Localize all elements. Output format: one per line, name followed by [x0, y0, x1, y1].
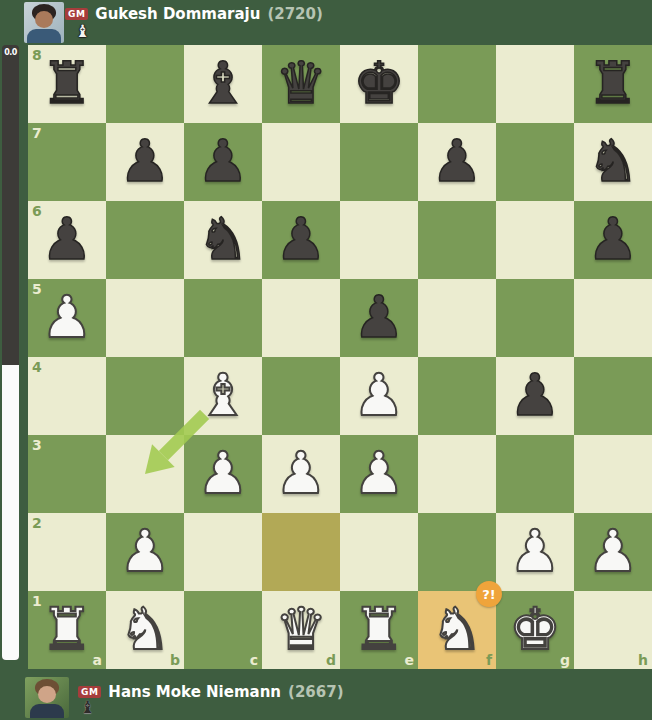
chess-board[interactable]: ♜8♝♛♚♜7♟♟♟♞♟6♞♟♟♟5♟4♝♟♟3♟♟♟2♟♟♟♜1a♞bc♛d♜… [28, 45, 652, 669]
player-rating-bottom: (2667) [288, 683, 343, 701]
rank-label-7: 7 [32, 125, 42, 141]
file-label-h: h [638, 652, 648, 668]
square-b7[interactable]: ♟ [106, 123, 184, 201]
square-g4[interactable]: ♟ [496, 357, 574, 435]
rank-label-2: 2 [32, 515, 42, 531]
black-knight[interactable]: ♞ [574, 123, 652, 201]
square-a3[interactable]: 3 [28, 435, 106, 513]
square-g7[interactable] [496, 123, 574, 201]
square-a1[interactable]: ♜1a [28, 591, 106, 669]
black-queen[interactable]: ♛ [262, 45, 340, 123]
avatar-top-body [27, 29, 61, 43]
square-b3[interactable] [106, 435, 184, 513]
gm-badge-bottom: GM [78, 686, 101, 698]
player-name-top[interactable]: Gukesh Dommaraju [95, 5, 260, 23]
square-g1[interactable]: ♚g [496, 591, 574, 669]
square-c5[interactable] [184, 279, 262, 357]
square-h7[interactable]: ♞ [574, 123, 652, 201]
square-a2[interactable]: 2 [28, 513, 106, 591]
square-c2[interactable] [184, 513, 262, 591]
file-label-a: a [93, 652, 102, 668]
square-f5[interactable] [418, 279, 496, 357]
square-b1[interactable]: ♞b [106, 591, 184, 669]
square-f3[interactable] [418, 435, 496, 513]
square-h5[interactable] [574, 279, 652, 357]
black-pawn[interactable]: ♟ [340, 279, 418, 357]
square-f4[interactable] [418, 357, 496, 435]
rank-label-3: 3 [32, 437, 42, 453]
square-e7[interactable] [340, 123, 418, 201]
rank-label-1: 1 [32, 593, 42, 609]
square-f7[interactable]: ♟ [418, 123, 496, 201]
white-pawn[interactable]: ♟ [496, 513, 574, 591]
square-d4[interactable] [262, 357, 340, 435]
white-knight[interactable]: ♞ [418, 591, 496, 669]
square-g5[interactable] [496, 279, 574, 357]
square-b2[interactable]: ♟ [106, 513, 184, 591]
rank-label-6: 6 [32, 203, 42, 219]
player-info-bottom: GM Hans Moke Niemann (2667) [78, 684, 344, 699]
player-rating-top: (2720) [267, 5, 322, 23]
player-info-top: GM Gukesh Dommaraju (2720) [65, 6, 323, 21]
square-f2[interactable] [418, 513, 496, 591]
square-a6[interactable]: ♟6 [28, 201, 106, 279]
black-pawn[interactable]: ♟ [106, 123, 184, 201]
square-g2[interactable]: ♟ [496, 513, 574, 591]
white-pawn[interactable]: ♟ [106, 513, 184, 591]
avatar-top-player[interactable] [24, 2, 64, 43]
square-g3[interactable] [496, 435, 574, 513]
black-pawn[interactable]: ♟ [574, 201, 652, 279]
square-d6[interactable]: ♟ [262, 201, 340, 279]
black-bishop[interactable]: ♝ [184, 45, 262, 123]
square-b5[interactable] [106, 279, 184, 357]
file-label-g: g [560, 652, 570, 668]
evaluation-score: 0.0 [2, 48, 19, 57]
white-pawn[interactable]: ♟ [184, 435, 262, 513]
square-e8[interactable]: ♚ [340, 45, 418, 123]
square-b6[interactable] [106, 201, 184, 279]
square-d1[interactable]: ♛d [262, 591, 340, 669]
black-pawn[interactable]: ♟ [496, 357, 574, 435]
file-label-d: d [326, 652, 336, 668]
square-a4[interactable]: 4 [28, 357, 106, 435]
white-pawn[interactable]: ♟ [574, 513, 652, 591]
black-king[interactable]: ♚ [340, 45, 418, 123]
black-knight[interactable]: ♞ [184, 201, 262, 279]
square-h8[interactable]: ♜ [574, 45, 652, 123]
black-pawn[interactable]: ♟ [262, 201, 340, 279]
square-a7[interactable]: 7 [28, 123, 106, 201]
white-pawn[interactable]: ♟ [340, 357, 418, 435]
square-c7[interactable]: ♟ [184, 123, 262, 201]
rank-label-4: 4 [32, 359, 42, 375]
square-c3[interactable]: ♟ [184, 435, 262, 513]
rank-label-5: 5 [32, 281, 42, 297]
square-d5[interactable] [262, 279, 340, 357]
square-h1[interactable]: h [574, 591, 652, 669]
player-name-bottom[interactable]: Hans Moke Niemann [108, 683, 281, 701]
square-f8[interactable] [418, 45, 496, 123]
white-pawn[interactable]: ♟ [262, 435, 340, 513]
square-h2[interactable]: ♟ [574, 513, 652, 591]
square-g8[interactable] [496, 45, 574, 123]
square-d7[interactable] [262, 123, 340, 201]
square-f1[interactable]: ♞f [418, 591, 496, 669]
file-label-b: b [170, 652, 180, 668]
chess-analysis-view: GM Gukesh Dommaraju (2720) ♝ 0.0 ♜8♝♛♚♜7… [0, 0, 652, 720]
square-c1[interactable]: c [184, 591, 262, 669]
square-c4[interactable]: ♝ [184, 357, 262, 435]
black-pawn[interactable]: ♟ [184, 123, 262, 201]
square-c6[interactable]: ♞ [184, 201, 262, 279]
square-h3[interactable] [574, 435, 652, 513]
avatar-top-face [35, 11, 53, 28]
square-b8[interactable] [106, 45, 184, 123]
evaluation-bar-white-half [2, 365, 19, 660]
evaluation-bar: 0.0 [2, 45, 19, 660]
square-d2[interactable] [262, 513, 340, 591]
avatar-bottom-face [38, 686, 56, 703]
square-b4[interactable] [106, 357, 184, 435]
square-f6[interactable] [418, 201, 496, 279]
file-label-f: f [486, 652, 492, 668]
square-e2[interactable] [340, 513, 418, 591]
square-e1[interactable]: ♜e [340, 591, 418, 669]
square-g6[interactable] [496, 201, 574, 279]
avatar-bottom-player[interactable] [25, 677, 69, 718]
captured-black-bishop-icon: ♝ [80, 697, 95, 717]
square-d8[interactable]: ♛ [262, 45, 340, 123]
square-e3[interactable]: ♟ [340, 435, 418, 513]
rank-label-8: 8 [32, 47, 42, 63]
file-label-e: e [405, 652, 415, 668]
square-a5[interactable]: ♟5 [28, 279, 106, 357]
black-pawn[interactable]: ♟ [418, 123, 496, 201]
square-h6[interactable]: ♟ [574, 201, 652, 279]
square-d3[interactable]: ♟ [262, 435, 340, 513]
square-a8[interactable]: ♜8 [28, 45, 106, 123]
white-bishop[interactable]: ♝ [184, 357, 262, 435]
square-e4[interactable]: ♟ [340, 357, 418, 435]
square-e6[interactable] [340, 201, 418, 279]
square-e5[interactable]: ♟ [340, 279, 418, 357]
square-h4[interactable] [574, 357, 652, 435]
avatar-bottom-body [30, 704, 64, 718]
white-pawn[interactable]: ♟ [340, 435, 418, 513]
black-rook[interactable]: ♜ [574, 45, 652, 123]
captured-white-bishop-icon: ♝ [75, 21, 90, 41]
file-label-c: c [250, 652, 258, 668]
gm-badge-top: GM [65, 8, 88, 20]
square-c8[interactable]: ♝ [184, 45, 262, 123]
